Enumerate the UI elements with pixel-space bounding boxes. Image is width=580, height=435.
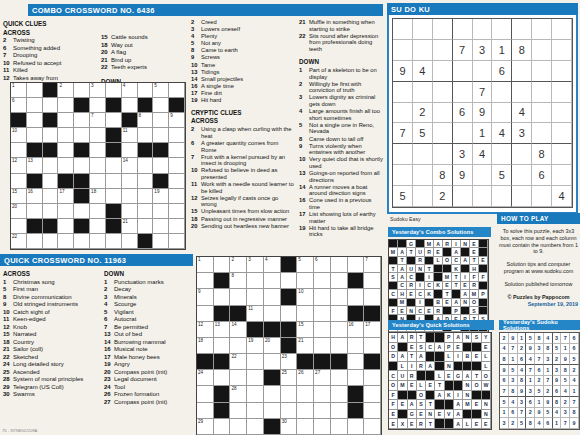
cell: 8 <box>138 113 154 128</box>
cell: M <box>389 248 398 256</box>
cell <box>214 354 231 370</box>
cell <box>413 144 433 165</box>
cell <box>348 354 365 370</box>
cell <box>364 289 381 305</box>
clue-text: Not a single one in Reno, Nevada <box>309 122 384 135</box>
cell <box>473 61 493 82</box>
cell <box>445 400 454 410</box>
cell <box>90 219 106 234</box>
cell <box>138 219 154 234</box>
cell: R <box>408 333 417 343</box>
cell: 2 <box>526 408 535 419</box>
cell: 9 <box>570 418 579 429</box>
cell <box>364 354 381 370</box>
cell-number: 10 <box>298 289 303 294</box>
cell <box>281 273 298 289</box>
cell: 2 <box>518 344 527 355</box>
cell <box>348 386 365 402</box>
cell: C <box>425 282 434 290</box>
cell: E <box>479 257 488 265</box>
cell <box>389 299 398 307</box>
cell: 6 <box>532 165 552 186</box>
cell <box>264 386 281 402</box>
combo-cryptic-down-column: 21Muffle in something when starting to s… <box>299 19 384 238</box>
cell: 7 <box>453 40 473 61</box>
cell: N <box>426 410 435 420</box>
cell-number: 4 <box>123 83 126 88</box>
cell: 4 <box>509 397 518 408</box>
clue-number: 19 <box>191 97 201 104</box>
cell <box>153 143 169 158</box>
cryptic-clues-label: CRYPTIC CLUES <box>191 110 295 117</box>
cell: 3 <box>526 386 535 397</box>
clue-number: 21 <box>101 57 111 64</box>
cell-number: 12 <box>198 322 203 327</box>
sudoku-grid: 731894672694751433488956524 <box>392 18 573 208</box>
cell: 8 <box>500 354 509 365</box>
cell: A <box>435 391 444 401</box>
clue: 17Fine dirt <box>191 90 295 97</box>
clue: 1Punctuation marks <box>104 279 194 286</box>
cell <box>106 158 122 173</box>
clue-text: Unpleasant times from slow action <box>201 208 295 215</box>
clue: 10Catch sight of <box>3 309 100 316</box>
cell: 4 <box>122 83 138 98</box>
cell: 4 <box>535 418 544 429</box>
cell: M <box>398 299 407 307</box>
cell <box>43 113 59 128</box>
cell: C <box>389 290 398 298</box>
clue: 2Twisting <box>3 37 98 44</box>
clue-number: 24 <box>3 361 13 368</box>
cell <box>435 400 444 410</box>
clue-text: Passing out in regressive manner <box>201 216 295 223</box>
cell <box>433 40 453 61</box>
clue-text: Cone used in a previous time <box>309 197 384 210</box>
cell <box>74 83 90 98</box>
clue-text: Keen-edged <box>13 316 100 323</box>
cell <box>479 240 488 248</box>
cell <box>461 248 470 256</box>
cell <box>331 273 348 289</box>
clue-text: Large amounts finish all too short somet… <box>309 108 384 121</box>
cell <box>331 338 348 354</box>
cell <box>532 123 552 144</box>
cell: 12 <box>197 322 214 338</box>
cell: C <box>398 282 407 290</box>
cell <box>364 419 381 435</box>
clue-text: Creed <box>201 19 295 26</box>
clue-text: Way out <box>111 42 189 49</box>
cell: 6 <box>11 98 27 113</box>
cell: V <box>445 410 454 420</box>
combo-solutions-header: Yesterday's Combo Solutions <box>388 227 491 237</box>
cell <box>512 144 532 165</box>
cell: 13 <box>214 322 231 338</box>
cell: 9 <box>535 408 544 419</box>
clue-text: Takes away from <box>13 75 98 82</box>
cell <box>461 265 470 273</box>
cell-number: 16 <box>349 322 354 327</box>
cell <box>348 273 365 289</box>
cell: E <box>408 343 417 353</box>
cell <box>552 40 572 61</box>
cell <box>43 189 59 204</box>
cell <box>512 165 532 186</box>
cell <box>58 158 74 173</box>
clue: 18Passing out in regressive manner <box>191 216 295 223</box>
cell: 9 <box>544 397 553 408</box>
cell <box>27 83 43 98</box>
cell <box>452 290 461 298</box>
cell <box>74 158 90 173</box>
clue: 6Something added <box>3 45 98 52</box>
cell: 8 <box>561 365 570 376</box>
cell: I <box>461 273 470 281</box>
cell <box>492 186 512 207</box>
cell: 1 <box>570 386 579 397</box>
cell: R <box>443 240 452 248</box>
clue-text: Vigilant <box>114 309 194 316</box>
cell: I <box>454 352 463 362</box>
cell <box>197 354 214 370</box>
cell: 3 <box>512 123 532 144</box>
clue-number: 18 <box>101 42 111 49</box>
clue: 7Drooping <box>3 52 98 59</box>
cell: 6 <box>553 386 562 397</box>
clue-number: 11 <box>191 181 201 194</box>
cell: N <box>463 381 472 391</box>
clue: 24Long detailed story <box>3 361 100 368</box>
cell <box>443 265 452 273</box>
clue-number: 7 <box>3 52 13 59</box>
clue: 8Came down to tail off <box>299 136 384 143</box>
cell <box>492 82 512 103</box>
clue-list: 21Muffle in something when starting to s… <box>299 19 384 52</box>
clue: 2Creed <box>191 19 295 26</box>
clue-number: 24 <box>104 384 114 391</box>
cell <box>58 98 74 113</box>
cell: 6 <box>544 418 553 429</box>
cell: 7 <box>526 365 535 376</box>
cell <box>197 386 214 402</box>
cell <box>43 83 59 98</box>
cell: 8 <box>518 376 527 387</box>
clue-text: Knob <box>13 324 100 331</box>
cell: C <box>416 290 425 298</box>
cell: P <box>445 343 454 353</box>
cell <box>348 338 365 354</box>
cell: M <box>398 381 407 391</box>
cell <box>443 248 452 256</box>
quick-clues-label: QUICK CLUES <box>3 20 98 27</box>
clue-number: 10 <box>191 167 201 180</box>
clue: 7Be permitted <box>104 324 194 331</box>
cell-number: 5 <box>298 257 301 262</box>
cell-number: 14 <box>231 322 236 327</box>
cell: 4 <box>526 354 535 365</box>
cell <box>264 403 281 419</box>
cell: 14 <box>230 322 247 338</box>
clue-text: Screws <box>201 54 295 61</box>
cell: A <box>454 333 463 343</box>
cell: T <box>417 333 426 343</box>
cell <box>90 98 106 113</box>
cell-number: 1 <box>198 257 201 262</box>
cell <box>552 123 572 144</box>
cell: 2 <box>500 333 509 344</box>
cell <box>416 273 425 281</box>
clue: 29Telegram (US Coll) <box>3 384 100 391</box>
across-label: ACROSS <box>191 118 295 125</box>
cell <box>416 240 425 248</box>
cell <box>138 158 154 173</box>
cell: 1 <box>509 354 518 365</box>
cell <box>169 98 185 113</box>
clue-number: 8 <box>3 294 13 301</box>
clue-text: Hit hard to take all bridge tricks <box>309 225 384 238</box>
cell: 1 <box>535 397 544 408</box>
clue: 13Tidings <box>191 69 295 76</box>
clue-number: 26 <box>104 391 114 398</box>
cell <box>106 128 122 143</box>
cell: S <box>389 273 398 281</box>
cell: R <box>416 257 425 265</box>
clue-number: 2 <box>299 81 309 94</box>
across-label: ACROSS <box>3 270 100 277</box>
cell: 5 <box>297 257 314 273</box>
cell <box>43 174 59 189</box>
cell: S <box>417 400 426 410</box>
cell: 8 <box>230 273 247 289</box>
clue: 10Very quiet clod that is shortly used <box>299 156 384 169</box>
cell <box>398 240 407 248</box>
cell: 9 <box>453 165 473 186</box>
pappocom-copyright: © Puzzles by Pappocom <box>497 294 580 301</box>
cell <box>492 103 512 124</box>
clue: 11Keen-edged <box>3 316 100 323</box>
cell: C <box>407 273 416 281</box>
sudoku-solutions-grid: 2915843764729385168164732959547613826381… <box>499 332 580 430</box>
clue-number: 12 <box>3 75 13 82</box>
cell <box>552 19 572 40</box>
cell <box>27 219 43 234</box>
clue-text: Ascended <box>13 369 100 376</box>
cell: 9 <box>509 333 518 344</box>
cell: U <box>398 371 407 381</box>
cell: A <box>454 410 463 420</box>
clue-text: Narrated <box>13 331 100 338</box>
cell-number: 22 <box>231 354 236 359</box>
cell-number: 16 <box>28 189 33 194</box>
clue: 2Decay <box>104 286 194 293</box>
cell: 8 <box>570 408 579 419</box>
clue-number: 23 <box>104 376 114 383</box>
sudoku-difficulty-label: Sudoku Easy <box>390 216 421 222</box>
cell: 6 <box>535 365 544 376</box>
cell: 7 <box>570 397 579 408</box>
cell: 4 <box>518 365 527 376</box>
clue-number: 29 <box>3 384 13 391</box>
cell: A <box>417 352 426 362</box>
cell <box>27 113 43 128</box>
cell <box>314 354 331 370</box>
cell: 4 <box>500 344 509 355</box>
cell <box>11 174 27 189</box>
cell: C <box>416 307 425 315</box>
cell: W <box>482 381 491 391</box>
clue-number: 19 <box>299 225 309 238</box>
cell <box>153 158 169 173</box>
cell: E <box>482 343 491 353</box>
cell <box>364 386 381 402</box>
cell <box>58 219 74 234</box>
cell: A <box>435 343 444 353</box>
clue-number: 7 <box>104 324 114 331</box>
clue: 16Cone used in a previous time <box>299 197 384 210</box>
cell <box>106 143 122 158</box>
cell: E <box>445 371 454 381</box>
cell <box>461 307 470 315</box>
cell <box>27 143 43 158</box>
clue: 13Out of bed <box>104 331 194 338</box>
cell <box>393 82 413 103</box>
cell <box>169 234 185 249</box>
cell-number: 30 <box>282 419 287 424</box>
quick-across-column: ACROSS 1Christmas song5First man8Divine … <box>3 269 100 399</box>
cell: 5 <box>561 376 570 387</box>
cell: O <box>389 343 398 353</box>
cell <box>264 289 281 305</box>
cell <box>364 338 381 354</box>
cell: K <box>452 265 461 273</box>
clue-text: Scourge <box>114 301 194 308</box>
clue-text: Be permitted <box>114 324 194 331</box>
cell <box>11 143 27 158</box>
cell: 4 <box>264 257 281 273</box>
cell: 10 <box>11 128 27 143</box>
combo-quick-across-column: QUICK CLUES ACROSS 2Twisting6Something a… <box>3 19 98 82</box>
cell: 8 <box>532 144 552 165</box>
cell: A <box>398 248 407 256</box>
cell <box>197 403 214 419</box>
cell-number: 15 <box>298 322 303 327</box>
cell-number: 13 <box>215 322 220 327</box>
clue: 13Goings-on reported from all directions <box>299 170 384 183</box>
cell: 7 <box>393 123 413 144</box>
cell: A <box>434 240 443 248</box>
cell <box>153 128 169 143</box>
clue-text: Lowers oneself <box>201 26 295 33</box>
clue-text: Came down to tail off <box>309 136 384 143</box>
cell <box>532 186 552 207</box>
clue-text: Compass point (init) <box>114 399 194 406</box>
cell <box>331 403 348 419</box>
cell <box>398 391 407 401</box>
cell: 4 <box>561 386 570 397</box>
cell <box>11 219 27 234</box>
cell: 21 <box>297 338 314 354</box>
clue: 5First man <box>3 286 100 293</box>
clue-number: 17 <box>191 90 201 97</box>
cell: L <box>417 381 426 391</box>
cell: E <box>417 410 426 420</box>
clue-text: Musical note <box>114 346 194 353</box>
cell: 5 <box>544 408 553 419</box>
cell <box>389 257 398 265</box>
cell <box>426 371 435 381</box>
clue-number: 4 <box>104 301 114 308</box>
cell: 6 <box>453 103 473 124</box>
cell: 2 <box>230 257 247 273</box>
sudoku-panel: SU DO KU 731894672694751433488956524 <box>387 3 578 214</box>
cell: M <box>470 290 479 298</box>
cell: 6 <box>492 61 512 82</box>
cell: 26 <box>297 370 314 386</box>
cell: 22 <box>11 234 27 249</box>
cell <box>425 299 434 307</box>
cell <box>264 419 281 435</box>
clue-text: Lowers dignity as criminal gets down <box>309 94 384 107</box>
cell: R <box>417 419 426 429</box>
cell: 7 <box>364 257 381 273</box>
cell: I <box>416 299 425 307</box>
cell: 20 <box>264 338 281 354</box>
cell <box>512 19 532 40</box>
cell: H <box>398 290 407 298</box>
clue-text: Fine dirt <box>201 90 295 97</box>
clue: 9Turns violently when entwines with anot… <box>299 143 384 156</box>
cell-number: 3 <box>91 83 94 88</box>
cell <box>433 82 453 103</box>
clue: 4Scourge <box>104 301 194 308</box>
cell <box>297 273 314 289</box>
clue: 19Hit hard <box>191 97 295 104</box>
cell: T <box>452 273 461 281</box>
cell <box>552 165 572 186</box>
cell <box>443 307 452 315</box>
clue: 9Old stringed instruments <box>3 301 100 308</box>
cell: G <box>408 410 417 420</box>
cell <box>247 370 264 386</box>
cell <box>106 204 122 219</box>
cell <box>74 219 90 234</box>
clue-number: 15 <box>191 208 201 215</box>
cell <box>364 403 381 419</box>
cell <box>138 98 154 113</box>
cell: K <box>445 391 454 401</box>
cell-number: 13 <box>28 158 33 163</box>
cell: M <box>443 273 452 281</box>
cell-number: 2 <box>59 83 62 88</box>
clue-text: Twisting <box>13 37 98 44</box>
clue: 22Sketched <box>3 354 100 361</box>
clue: 19Angry <box>104 361 194 368</box>
cell-number: 29 <box>198 419 203 424</box>
cell: 9 <box>197 289 214 305</box>
clue: 3Lowers oneself <box>191 26 295 33</box>
cell: N <box>461 240 470 248</box>
cell: 9 <box>561 354 570 365</box>
clue-number: 10 <box>299 156 309 169</box>
clue-text: A runner moves a boat around direction s… <box>309 184 384 197</box>
cell <box>122 113 138 128</box>
clue-number: 13 <box>191 69 201 76</box>
clue-text: Compass point (init) <box>114 369 194 376</box>
cell <box>153 219 169 234</box>
clue-text: Cattle sounds <box>111 34 189 41</box>
clue: 22Teeth experts <box>101 64 189 71</box>
